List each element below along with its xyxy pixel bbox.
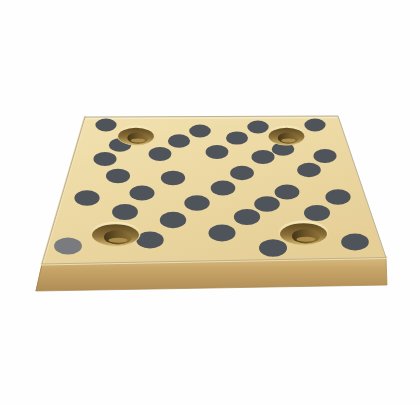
counterbore-hole (268, 126, 306, 146)
counterbore-hole (279, 221, 329, 246)
graphite-plug (95, 119, 116, 132)
graphite-plug (206, 145, 229, 159)
counterbore-hole (91, 222, 141, 247)
hole-bore-floor (297, 237, 316, 242)
graphite-plug (184, 195, 209, 211)
graphite-plug (168, 134, 190, 147)
hole-bore-floor (131, 139, 145, 143)
graphite-plug (259, 239, 287, 256)
graphite-plug (275, 184, 300, 199)
graphite-plug (161, 171, 185, 186)
graphite-plug (325, 189, 350, 204)
graphite-plug (304, 119, 325, 132)
graphite-plug (314, 149, 337, 163)
graphite-plug (54, 237, 82, 254)
graphite-plug (211, 181, 236, 196)
graphite-plug (209, 225, 236, 242)
graphite-plug (252, 150, 275, 164)
graphite-plug (112, 204, 138, 220)
graphite-plug (106, 169, 130, 184)
graphite-plug (230, 166, 254, 180)
graphite-plug (247, 121, 268, 134)
graphite-plug (189, 125, 211, 138)
hole-bore-floor (281, 139, 295, 143)
graphite-plug (149, 147, 172, 161)
graphite-plug (297, 163, 321, 177)
hole-bore-floor (109, 238, 128, 243)
graphite-plug (130, 185, 155, 200)
graphite-plug (304, 205, 330, 221)
graphite-plug (74, 190, 99, 205)
graphite-plug (226, 131, 248, 144)
product-image (0, 0, 420, 405)
graphite-plug (341, 234, 369, 251)
wear-plate-render (0, 0, 420, 405)
graphite-plug (234, 209, 260, 225)
graphite-plug (94, 152, 117, 166)
counterbore-hole (117, 126, 155, 146)
back-edge-highlight (86, 118, 337, 119)
graphite-plug (160, 212, 186, 228)
graphite-plug (254, 196, 280, 212)
